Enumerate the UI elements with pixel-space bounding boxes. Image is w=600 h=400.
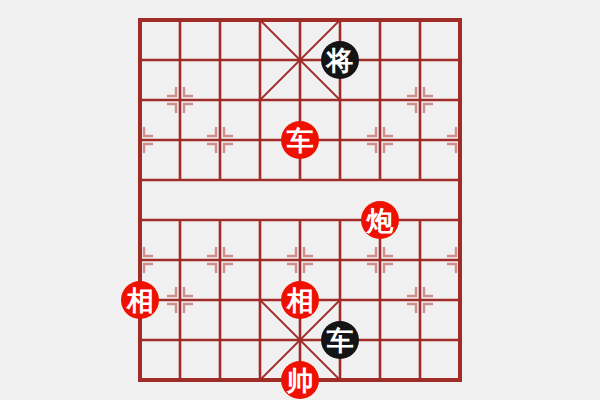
xiangqi-board-screen: 将车炮相相车帅 [0, 0, 600, 400]
piece-red-general[interactable]: 帅 [281, 361, 319, 399]
piece-layer: 将车炮相相车帅 [120, 0, 480, 400]
piece-black-chariot[interactable]: 车 [321, 321, 359, 359]
piece-black-general[interactable]: 将 [321, 41, 359, 79]
piece-red-chariot[interactable]: 车 [281, 121, 319, 159]
piece-red-cannon[interactable]: 炮 [361, 201, 399, 239]
piece-red-elephant-center[interactable]: 相 [281, 281, 319, 319]
piece-red-elephant-left[interactable]: 相 [121, 281, 159, 319]
